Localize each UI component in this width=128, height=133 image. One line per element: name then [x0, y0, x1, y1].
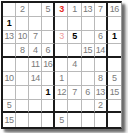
cell-r8c6[interactable]	[68, 100, 81, 114]
cell-r6c9[interactable]: 5	[108, 72, 121, 86]
cell-r4c7[interactable]: 15	[82, 44, 95, 58]
cell-r8c9[interactable]	[108, 100, 121, 114]
cell-r2c8[interactable]	[95, 17, 108, 31]
cell-r9c4[interactable]	[42, 113, 55, 127]
cell-r9c1[interactable]: 15	[3, 113, 16, 127]
cell-r1c7[interactable]: 13	[82, 3, 95, 17]
cell-r1c5[interactable]: 3	[55, 3, 68, 17]
cell-r4c9[interactable]	[108, 44, 121, 58]
cell-r4c3[interactable]: 4	[29, 44, 42, 58]
cell-r7c1[interactable]	[3, 86, 16, 100]
cell-r2c9[interactable]	[108, 17, 121, 31]
cell-r5c7[interactable]	[82, 58, 95, 72]
cell-r3c8[interactable]: 6	[95, 31, 108, 45]
cell-r2c5[interactable]	[55, 17, 68, 31]
cell-r1c3[interactable]	[29, 3, 42, 17]
cell-r3c1[interactable]: 13	[3, 31, 16, 45]
cell-r1c4[interactable]: 5	[42, 3, 55, 17]
cell-r5c5[interactable]	[55, 58, 68, 72]
cell-r7c9[interactable]: 15	[108, 86, 121, 100]
cell-r7c6[interactable]: 7	[68, 86, 81, 100]
cell-r1c6[interactable]: 1	[68, 3, 81, 17]
cell-r8c7[interactable]	[82, 100, 95, 114]
cell-r2c2[interactable]	[16, 17, 29, 31]
cell-r9c2[interactable]	[16, 113, 29, 127]
cell-r9c6[interactable]	[68, 113, 81, 127]
cell-r8c8[interactable]: 2	[95, 100, 108, 114]
cell-r5c2[interactable]	[16, 58, 29, 72]
cell-r4c6[interactable]	[68, 44, 81, 58]
cell-r5c6[interactable]: 4	[68, 58, 81, 72]
cell-r8c1[interactable]: 5	[3, 100, 16, 114]
cell-r6c4[interactable]	[42, 72, 55, 86]
sudoku-board: 2531137161131073561846151411164101418511…	[1, 1, 122, 129]
cell-r9c9[interactable]	[108, 113, 121, 127]
cell-r2c3[interactable]	[29, 17, 42, 31]
cell-r5c1[interactable]	[3, 58, 16, 72]
cell-r4c4[interactable]: 6	[42, 44, 55, 58]
cell-r5c9[interactable]	[108, 58, 121, 72]
cell-r9c3[interactable]	[29, 113, 42, 127]
cell-r9c7[interactable]	[82, 113, 95, 127]
cell-r2c1[interactable]: 1	[3, 17, 16, 31]
cell-r3c7[interactable]	[82, 31, 95, 45]
cell-r8c4[interactable]	[42, 100, 55, 114]
cell-r3c6[interactable]: 5	[68, 31, 81, 45]
cell-r8c5[interactable]	[55, 100, 68, 114]
cell-r1c1[interactable]	[3, 3, 16, 17]
cell-r5c3[interactable]: 11	[29, 58, 42, 72]
cell-r7c3[interactable]	[29, 86, 42, 100]
cell-r6c2[interactable]	[16, 72, 29, 86]
cell-r1c9[interactable]: 16	[108, 3, 121, 17]
cell-r7c4[interactable]: 1	[42, 86, 55, 100]
cell-r6c6[interactable]	[68, 72, 81, 86]
cell-r2c4[interactable]	[42, 17, 55, 31]
cell-r6c3[interactable]: 14	[29, 72, 42, 86]
cell-r2c7[interactable]	[82, 17, 95, 31]
cell-r4c2[interactable]: 8	[16, 44, 29, 58]
cell-r9c8[interactable]	[95, 113, 108, 127]
cell-r7c5[interactable]: 12	[55, 86, 68, 100]
cell-r5c4[interactable]: 16	[42, 58, 55, 72]
cell-r3c3[interactable]: 7	[29, 31, 42, 45]
cell-r3c4[interactable]	[42, 31, 55, 45]
cell-r2c6[interactable]	[68, 17, 81, 31]
cell-r7c7[interactable]: 6	[82, 86, 95, 100]
cell-r1c8[interactable]: 7	[95, 3, 108, 17]
cell-r4c5[interactable]	[55, 44, 68, 58]
cell-r6c8[interactable]: 8	[95, 72, 108, 86]
cell-r6c1[interactable]: 10	[3, 72, 16, 86]
cell-r6c7[interactable]	[82, 72, 95, 86]
cell-r5c8[interactable]	[95, 58, 108, 72]
cell-r4c1[interactable]	[3, 44, 16, 58]
cell-r8c2[interactable]	[16, 100, 29, 114]
cell-r9c5[interactable]: 5	[55, 113, 68, 127]
cell-r1c2[interactable]: 2	[16, 3, 29, 17]
cell-r8c3[interactable]	[29, 100, 42, 114]
cell-r3c2[interactable]: 10	[16, 31, 29, 45]
cell-r7c2[interactable]	[16, 86, 29, 100]
cell-r6c5[interactable]: 1	[55, 72, 68, 86]
cell-r3c5[interactable]: 3	[55, 31, 68, 45]
cell-r3c9[interactable]: 1	[108, 31, 121, 45]
cell-r4c8[interactable]: 14	[95, 44, 108, 58]
cell-r7c8[interactable]: 13	[95, 86, 108, 100]
